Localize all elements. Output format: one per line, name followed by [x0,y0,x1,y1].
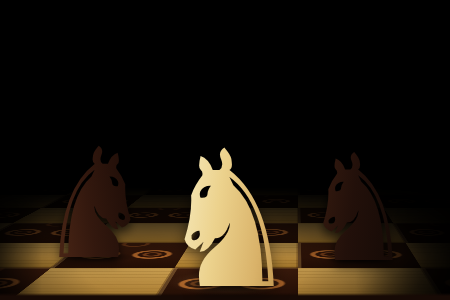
chessboard [0,168,450,300]
square-f7 [363,176,439,185]
square-e2 [298,243,421,268]
board-front-edge [0,293,450,300]
square-e7 [298,176,369,185]
square-e6 [298,185,375,195]
square-d6 [220,185,297,195]
square-g6 [439,185,450,195]
square-f4 [383,208,450,223]
square-e4 [298,208,393,223]
square-d5 [212,195,297,208]
square-f6 [368,185,450,195]
square-c4 [107,208,212,223]
square-e8 [298,168,363,176]
square-f5 [375,195,450,208]
square-c8 [167,168,237,176]
chessboard-grid [0,168,450,300]
square-b8 [102,168,177,176]
square-e3 [298,223,406,242]
square-e5 [298,195,383,208]
square-d7 [227,176,298,185]
square-d2 [174,243,297,268]
square-c6 [143,185,227,195]
square-f8 [358,168,428,176]
square-d3 [190,223,298,242]
square-b7 [85,176,167,185]
square-g7 [428,176,450,185]
square-g8 [419,168,450,176]
square-c7 [156,176,232,185]
chess-photo-scene: ♞ ♞ ♞ [0,0,450,300]
square-d4 [202,208,297,223]
square-c5 [127,195,220,208]
square-d8 [232,168,297,176]
